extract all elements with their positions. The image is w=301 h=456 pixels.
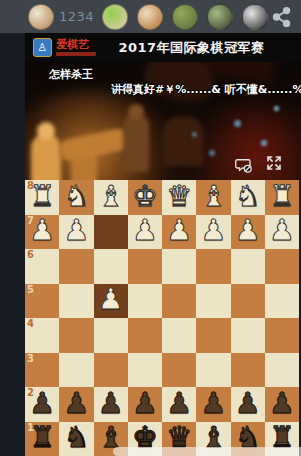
square-b6[interactable] — [59, 249, 93, 284]
square-b5[interactable] — [59, 284, 93, 319]
white-pawn: ♟ — [235, 216, 261, 245]
seek-bar[interactable] — [113, 447, 301, 456]
bokeh-dot — [192, 132, 197, 137]
avatar-6[interactable] — [242, 4, 268, 30]
danmaku-message: 讲得真好#￥%......& 听不懂&......%￥# — [111, 82, 301, 97]
avatar-4[interactable] — [172, 4, 198, 30]
pawn-logo-icon: ♙ — [33, 38, 52, 57]
white-knight: ♞ — [235, 182, 261, 211]
square-c5[interactable]: ♟ — [94, 284, 128, 319]
square-d6[interactable] — [128, 249, 162, 284]
square-e6[interactable] — [162, 249, 196, 284]
black-pawn: ♟ — [235, 389, 261, 418]
bokeh-dot — [261, 140, 267, 146]
square-a4[interactable]: 4 — [25, 318, 59, 353]
square-f2[interactable]: ♟ — [196, 387, 230, 422]
square-e3[interactable] — [162, 353, 196, 388]
square-h2[interactable]: ♟ — [265, 387, 299, 422]
square-h4[interactable] — [265, 318, 299, 353]
black-pawn: ♟ — [63, 389, 89, 418]
white-king: ♚ — [132, 182, 158, 211]
square-h8[interactable]: ♜ — [265, 180, 299, 215]
square-h7[interactable]: ♟ — [265, 215, 299, 250]
rank-label: 5 — [27, 284, 34, 295]
square-a7[interactable]: 7♟ — [25, 215, 59, 250]
square-d5[interactable] — [128, 284, 162, 319]
white-bishop: ♝ — [200, 182, 226, 211]
square-e8[interactable]: ♛ — [162, 180, 196, 215]
white-pawn: ♟ — [269, 216, 295, 245]
share-icon[interactable] — [271, 6, 293, 28]
white-pawn: ♟ — [29, 216, 55, 245]
rank-label: 3 — [27, 353, 34, 364]
bokeh-dot — [209, 150, 215, 156]
square-b3[interactable] — [59, 353, 93, 388]
square-f6[interactable] — [196, 249, 230, 284]
square-c6[interactable] — [94, 249, 128, 284]
black-pawn: ♟ — [200, 389, 226, 418]
square-b4[interactable] — [59, 318, 93, 353]
square-a8[interactable]: 8♜ — [25, 180, 59, 215]
square-f3[interactable] — [196, 353, 230, 388]
square-g5[interactable] — [231, 284, 265, 319]
white-knight: ♞ — [63, 182, 89, 211]
white-rook: ♜ — [29, 182, 55, 211]
event-banner: ♙ 爱棋艺 2017年国际象棋冠军赛 — [25, 33, 301, 62]
avatar-2[interactable] — [102, 4, 128, 30]
square-b2[interactable]: ♟ — [59, 387, 93, 422]
rank-label: 6 — [27, 249, 34, 260]
app-logo-text: 爱棋艺 — [56, 39, 96, 50]
square-f4[interactable] — [196, 318, 230, 353]
white-pawn: ♟ — [63, 216, 89, 245]
square-f7[interactable]: ♟ — [196, 215, 230, 250]
white-pawn: ♟ — [200, 216, 226, 245]
top-bar: 1234 — [0, 0, 301, 33]
square-g8[interactable]: ♞ — [231, 180, 265, 215]
square-d2[interactable]: ♟ — [128, 387, 162, 422]
chess-board: 8♜♞♝♚♛♝♞♜7♟♟♟♟♟♟♟65♟432♟♟♟♟♟♟♟♟1♜♞♝♚♛♝♞♜ — [25, 180, 299, 456]
square-e4[interactable] — [162, 318, 196, 353]
square-c8[interactable]: ♝ — [94, 180, 128, 215]
danmaku-off-icon[interactable] — [235, 156, 253, 174]
app-logo: 爱棋艺 — [56, 39, 96, 56]
black-pawn: ♟ — [98, 389, 124, 418]
app-screen: 1234 ♙ 爱棋艺 2017年国际象棋冠军赛 — [0, 0, 301, 456]
square-d4[interactable] — [128, 318, 162, 353]
square-f5[interactable] — [196, 284, 230, 319]
black-rook: ♜ — [29, 423, 55, 452]
square-a6[interactable]: 6 — [25, 249, 59, 284]
square-g2[interactable]: ♟ — [231, 387, 265, 422]
square-a2[interactable]: 2♟ — [25, 387, 59, 422]
logo-tagline — [56, 52, 96, 56]
square-e2[interactable]: ♟ — [162, 387, 196, 422]
avatar-5[interactable] — [207, 4, 233, 30]
white-pawn: ♟ — [132, 216, 158, 245]
square-h3[interactable] — [265, 353, 299, 388]
square-c2[interactable]: ♟ — [94, 387, 128, 422]
square-b8[interactable]: ♞ — [59, 180, 93, 215]
event-title: 2017年国际象棋冠军赛 — [96, 39, 301, 57]
white-rook: ♜ — [269, 182, 295, 211]
black-pawn: ♟ — [166, 389, 192, 418]
black-pawn: ♟ — [29, 389, 55, 418]
square-c4[interactable] — [94, 318, 128, 353]
rank-label: 4 — [27, 318, 34, 329]
square-g7[interactable]: ♟ — [231, 215, 265, 250]
danmaku-message: 怎样杀王 — [49, 67, 93, 82]
square-b1[interactable]: ♞ — [59, 422, 93, 456]
square-b7[interactable]: ♟ — [59, 215, 93, 250]
chess-piece-silhouette — [31, 134, 61, 180]
square-g6[interactable] — [231, 249, 265, 284]
square-d3[interactable] — [128, 353, 162, 388]
white-pawn: ♟ — [98, 285, 124, 314]
white-pawn: ♟ — [166, 216, 192, 245]
square-g3[interactable] — [231, 353, 265, 388]
avatar-list — [102, 4, 268, 30]
white-queen: ♛ — [166, 182, 192, 211]
white-bishop: ♝ — [98, 182, 124, 211]
black-pawn: ♟ — [269, 389, 295, 418]
bokeh-dot — [274, 106, 279, 111]
viewer-count: 1234 — [59, 9, 94, 24]
black-knight: ♞ — [63, 423, 89, 452]
video-player[interactable]: 怎样杀王 讲得真好#￥%......& 听不懂&......%￥# — [25, 62, 301, 180]
square-h6[interactable] — [265, 249, 299, 284]
black-pawn: ♟ — [132, 389, 158, 418]
square-h5[interactable] — [265, 284, 299, 319]
square-e7[interactable]: ♟ — [162, 215, 196, 250]
square-g4[interactable] — [231, 318, 265, 353]
bokeh-dot — [234, 120, 241, 127]
square-f8[interactable]: ♝ — [196, 180, 230, 215]
square-c3[interactable] — [94, 353, 128, 388]
square-a3[interactable]: 3 — [25, 353, 59, 388]
square-a1[interactable]: 1♜ — [25, 422, 59, 456]
square-c7[interactable] — [94, 215, 128, 250]
square-d8[interactable]: ♚ — [128, 180, 162, 215]
square-e5[interactable] — [162, 284, 196, 319]
square-d7[interactable]: ♟ — [128, 215, 162, 250]
fullscreen-icon[interactable] — [265, 154, 283, 172]
chess-piece-silhouette — [123, 114, 149, 172]
square-a5[interactable]: 5 — [25, 284, 59, 319]
avatar-1[interactable] — [28, 4, 54, 30]
avatar-3[interactable] — [137, 4, 163, 30]
